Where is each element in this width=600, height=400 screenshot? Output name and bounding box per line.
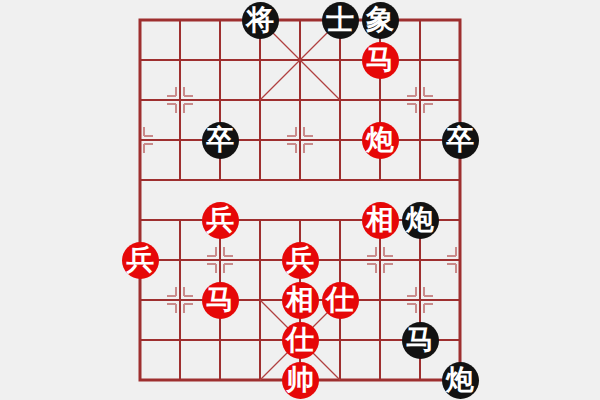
- xiangqi-board: 将士象卒卒炮马炮马炮兵相兵兵马相仕仕帅: [0, 0, 600, 400]
- piece-black-cannon[interactable]: 炮: [402, 202, 439, 239]
- piece-red-elephant[interactable]: 相: [362, 202, 399, 239]
- piece-red-king[interactable]: 帅: [282, 362, 319, 399]
- piece-red-advisor[interactable]: 仕: [322, 282, 359, 319]
- piece-red-advisor[interactable]: 仕: [282, 322, 319, 359]
- piece-black-cannon[interactable]: 炮: [442, 362, 479, 399]
- piece-black-soldier[interactable]: 卒: [442, 122, 479, 159]
- piece-red-soldier[interactable]: 兵: [202, 202, 239, 239]
- piece-red-horse[interactable]: 马: [202, 282, 239, 319]
- piece-red-soldier[interactable]: 兵: [282, 242, 319, 279]
- piece-black-advisor[interactable]: 士: [322, 2, 359, 39]
- piece-black-general[interactable]: 将: [242, 2, 279, 39]
- piece-red-soldier[interactable]: 兵: [122, 242, 159, 279]
- piece-black-horse[interactable]: 马: [402, 322, 439, 359]
- xiangqi-app: 将士象卒卒炮马炮马炮兵相兵兵马相仕仕帅: [0, 0, 600, 400]
- piece-red-cannon[interactable]: 炮: [362, 122, 399, 159]
- piece-red-elephant[interactable]: 相: [282, 282, 319, 319]
- piece-black-elephant[interactable]: 象: [362, 2, 399, 39]
- piece-black-soldier[interactable]: 卒: [202, 122, 239, 159]
- piece-red-horse[interactable]: 马: [362, 42, 399, 79]
